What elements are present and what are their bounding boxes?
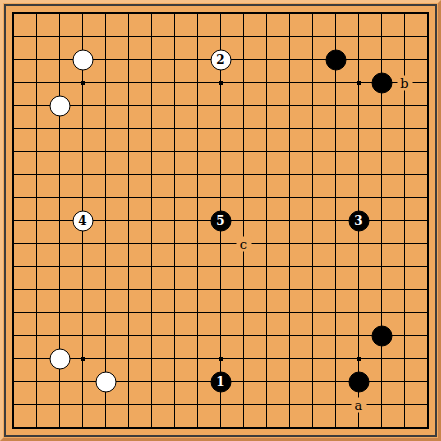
white-stone [49,95,70,116]
black-stone [325,49,346,70]
move-number: 3 [354,214,362,228]
star-point [219,81,223,85]
black-stone-move-1: 1 [210,371,231,392]
star-point [357,81,361,85]
black-stone [371,325,392,346]
go-board-frame: 24531abc [0,0,441,441]
black-stone-move-5: 5 [210,210,231,231]
star-point [219,357,223,361]
white-stone-move-2: 2 [210,49,231,70]
go-board: 24531abc [13,13,428,428]
point-label-c: c [236,236,251,251]
white-stone [72,49,93,70]
star-point [357,357,361,361]
move-number: 2 [216,53,224,67]
star-point [81,357,85,361]
white-stone [49,348,70,369]
point-label-a: a [351,397,366,412]
white-stone-move-4: 4 [72,210,93,231]
move-number: 1 [216,375,224,389]
move-number: 4 [78,214,86,228]
black-stone [348,371,369,392]
move-number: 5 [216,214,224,228]
white-stone [95,371,116,392]
point-label-b: b [397,75,412,90]
black-stone-move-3: 3 [348,210,369,231]
black-stone [371,72,392,93]
star-point [81,81,85,85]
